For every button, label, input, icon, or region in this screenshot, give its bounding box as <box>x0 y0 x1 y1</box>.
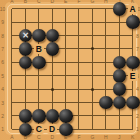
board-point[interactable]: ● <box>112 69 125 82</box>
coord-label: 1 <box>136 127 139 132</box>
board-point[interactable]: D <box>45 123 58 136</box>
coord-label: K <box>131 135 134 140</box>
coord-label: 8 <box>136 33 139 38</box>
board-point[interactable]: ● <box>126 15 139 28</box>
black-stone[interactable]: ● <box>113 69 127 83</box>
board-point[interactable]: ● <box>45 109 58 122</box>
board-point[interactable] <box>99 82 112 95</box>
board-point[interactable] <box>5 42 18 55</box>
board-point[interactable] <box>99 2 112 15</box>
board-point[interactable] <box>59 42 72 55</box>
board-point[interactable]: ● <box>59 123 72 136</box>
black-stone[interactable]: ● <box>113 56 127 70</box>
board-point[interactable]: C <box>32 123 45 136</box>
board-point[interactable]: ● <box>112 56 125 69</box>
coord-label: C <box>37 135 41 140</box>
coord-label: 5 <box>1 73 4 78</box>
board-point[interactable] <box>19 15 32 28</box>
board-point[interactable]: ●✕ <box>19 29 32 42</box>
coord-label: H <box>104 135 108 140</box>
go-problem-screen: ●A●●✕●●●B●●●●●●E●●●●●●●●●CD● ABCDEFGHJKA… <box>0 0 140 140</box>
board-point[interactable] <box>86 109 99 122</box>
coord-label: J <box>118 135 121 140</box>
board-point[interactable] <box>72 42 85 55</box>
coord-label: 6 <box>1 60 4 65</box>
board-point[interactable]: ● <box>99 96 112 109</box>
board-point[interactable] <box>99 109 112 122</box>
board-point[interactable] <box>5 2 18 15</box>
black-stone[interactable]: ● <box>19 56 33 70</box>
board-point[interactable] <box>112 109 125 122</box>
board-point[interactable] <box>72 29 85 42</box>
board-point[interactable] <box>5 109 18 122</box>
board-point[interactable] <box>19 82 32 95</box>
black-stone[interactable]: ● <box>126 96 140 110</box>
board-point[interactable] <box>86 15 99 28</box>
board-point[interactable] <box>99 15 112 28</box>
coord-label: G <box>90 0 94 4</box>
board-point[interactable]: ● <box>112 82 125 95</box>
point-label-a[interactable]: A <box>128 4 138 14</box>
board-point[interactable] <box>72 82 85 95</box>
coord-label: F <box>77 135 80 140</box>
board-point[interactable] <box>86 96 99 109</box>
board-point[interactable] <box>112 15 125 28</box>
coord-label: 10 <box>0 6 5 11</box>
board-point[interactable] <box>45 82 58 95</box>
coord-label: A <box>10 0 13 4</box>
black-stone[interactable]: ● <box>113 82 127 96</box>
board-point[interactable] <box>5 15 18 28</box>
board-point[interactable] <box>59 96 72 109</box>
coord-label: 2 <box>136 113 139 118</box>
black-stone[interactable]: ● <box>46 42 60 56</box>
coord-label: D <box>50 0 54 4</box>
coord-label: B <box>24 0 27 4</box>
board-point[interactable]: ● <box>126 56 139 69</box>
board-point[interactable] <box>32 15 45 28</box>
star-point <box>91 47 94 50</box>
board-point[interactable] <box>99 42 112 55</box>
coord-label: 9 <box>1 20 4 25</box>
board-point[interactable] <box>112 42 125 55</box>
board-point[interactable] <box>45 96 58 109</box>
board-point[interactable] <box>19 96 32 109</box>
board-point[interactable] <box>5 56 18 69</box>
board-point[interactable] <box>5 29 18 42</box>
point-label-e[interactable]: E <box>128 71 138 81</box>
coord-label: 4 <box>1 87 4 92</box>
board-point[interactable] <box>19 2 32 15</box>
black-stone[interactable]: ● <box>126 56 140 70</box>
board-point[interactable] <box>5 82 18 95</box>
point-label-c[interactable]: C <box>34 124 44 134</box>
coord-label: H <box>104 0 108 4</box>
board-point[interactable] <box>32 96 45 109</box>
point-label-d[interactable]: D <box>47 124 57 134</box>
board-point[interactable]: ● <box>59 109 72 122</box>
board-point[interactable]: ● <box>19 123 32 136</box>
black-stone[interactable]: ● <box>19 109 33 123</box>
coord-label: 7 <box>136 46 139 51</box>
board-point[interactable] <box>86 56 99 69</box>
board-point[interactable] <box>59 29 72 42</box>
board-point[interactable] <box>32 2 45 15</box>
board-point[interactable] <box>72 69 85 82</box>
black-stone[interactable]: ● <box>126 15 140 29</box>
board-point[interactable] <box>5 96 18 109</box>
black-stone[interactable]: ● <box>32 29 46 43</box>
board-point[interactable]: ● <box>19 42 32 55</box>
board-point[interactable] <box>72 2 85 15</box>
board-point[interactable]: ● <box>45 29 58 42</box>
black-stone[interactable]: ● <box>19 42 33 56</box>
black-stone[interactable]: ● <box>46 29 60 43</box>
board-point[interactable] <box>86 29 99 42</box>
black-stone[interactable]: ● <box>32 56 46 70</box>
board-point[interactable] <box>86 82 99 95</box>
board-point[interactable] <box>5 69 18 82</box>
board-point[interactable] <box>32 69 45 82</box>
black-stone[interactable]: ● <box>113 2 127 16</box>
coord-label: 7 <box>1 46 4 51</box>
board-point[interactable] <box>86 42 99 55</box>
x-mark-icon: ✕ <box>19 29 33 43</box>
board-point[interactable]: ● <box>126 96 139 109</box>
board-point[interactable]: ● <box>19 109 32 122</box>
board-point[interactable]: ● <box>45 42 58 55</box>
board-point[interactable] <box>86 2 99 15</box>
black-stone[interactable]: ● <box>19 123 33 137</box>
board-point[interactable] <box>99 56 112 69</box>
board-point[interactable] <box>99 29 112 42</box>
board-point[interactable] <box>32 82 45 95</box>
coord-label: D <box>50 135 54 140</box>
coord-label: 1 <box>1 127 4 132</box>
board-point[interactable]: B <box>32 42 45 55</box>
board-point[interactable] <box>45 69 58 82</box>
board-point[interactable]: ● <box>32 29 45 42</box>
board-point[interactable] <box>45 2 58 15</box>
board-point[interactable]: ● <box>32 109 45 122</box>
black-stone[interactable]: ● <box>32 109 46 123</box>
coord-label: E <box>64 0 67 4</box>
black-stone[interactable]: ● <box>99 96 113 110</box>
board-point[interactable]: A <box>126 2 139 15</box>
coord-label: F <box>77 0 80 4</box>
black-stone[interactable]: ● <box>46 109 60 123</box>
board-point[interactable] <box>112 29 125 42</box>
board-point[interactable]: ● <box>19 56 32 69</box>
board-point[interactable]: ● <box>32 56 45 69</box>
board-point[interactable] <box>45 56 58 69</box>
coord-label: C <box>37 0 41 4</box>
board-point[interactable] <box>72 15 85 28</box>
board-point[interactable] <box>59 69 72 82</box>
star-point <box>51 88 54 91</box>
coord-label: A <box>10 135 13 140</box>
board-point[interactable] <box>59 82 72 95</box>
board-point[interactable]: ● <box>112 2 125 15</box>
point-label-b[interactable]: B <box>34 44 44 54</box>
coord-label: G <box>90 135 94 140</box>
coord-label: 3 <box>1 100 4 105</box>
star-point <box>91 88 94 91</box>
board-point[interactable] <box>59 56 72 69</box>
board-point[interactable] <box>72 96 85 109</box>
coord-label: 8 <box>1 33 4 38</box>
board-point[interactable] <box>72 56 85 69</box>
black-stone[interactable]: ● <box>59 109 73 123</box>
board-point[interactable]: E <box>126 69 139 82</box>
board-point[interactable] <box>59 2 72 15</box>
board-point[interactable]: ● <box>112 96 125 109</box>
board-point[interactable] <box>99 69 112 82</box>
board-point[interactable] <box>59 15 72 28</box>
coord-label: 4 <box>136 87 139 92</box>
go-board-grid: ●A●●✕●●●B●●●●●●E●●●●●●●●●CD● <box>5 2 139 136</box>
board-point[interactable] <box>19 69 32 82</box>
black-stone[interactable]: ● <box>113 96 127 110</box>
board-point[interactable] <box>45 15 58 28</box>
coord-label: 2 <box>1 113 4 118</box>
board-point[interactable] <box>86 69 99 82</box>
board-point[interactable] <box>72 109 85 122</box>
black-stone[interactable]: ●✕ <box>19 29 33 43</box>
black-stone[interactable]: ● <box>59 123 73 137</box>
